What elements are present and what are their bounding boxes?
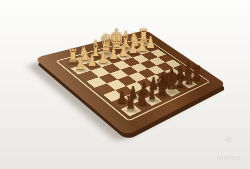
chess-board: [34, 30, 226, 136]
product-photo-stage: ♜♞♝♛♚♝♞♜♟♟♟♟♟♟♟♟♟♟♟♟♟♟♟♟♜♞♝♛♚♝♞♜ ❁ lakme: [0, 0, 250, 169]
watermark-text: lakme: [217, 153, 241, 162]
watermark-icon: ❁: [217, 136, 241, 146]
watermark: ❁ lakme: [217, 136, 241, 164]
